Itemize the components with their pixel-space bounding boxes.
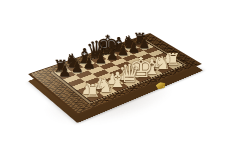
piece-black-pawn[interactable]: ♟ xyxy=(70,60,84,74)
product-photo-stage: ♜♞♝♛♚♝♞♜♟♟♟♟♟♟♟♟♟♟♟♟♟♟♟♟♜♞♝♛♚♝♞♜ xyxy=(0,0,240,150)
piece-black-pawn[interactable]: ♟ xyxy=(82,56,96,70)
piece-black-pawn[interactable]: ♟ xyxy=(57,64,72,79)
piece-white-rook[interactable]: ♜ xyxy=(84,83,102,101)
